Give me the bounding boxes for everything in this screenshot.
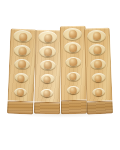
- block-1-pits: [9, 30, 36, 100]
- block-3-end-grain: [60, 100, 86, 114]
- block-3-pits: [60, 27, 85, 98]
- cylinder-socket: [39, 46, 56, 58]
- block-1: [7, 29, 36, 115]
- cylinder-knob: [17, 88, 24, 95]
- cylinder-knob: [68, 30, 76, 38]
- cylinder-socket: [65, 57, 81, 68]
- cylinder-knob: [93, 32, 101, 40]
- block-4: [84, 28, 113, 115]
- cylinder-socket: [66, 86, 79, 95]
- cylinder-socket: [93, 87, 106, 96]
- cylinder-knob: [68, 44, 76, 52]
- cylinder-knob: [43, 90, 50, 97]
- cylinder-socket: [38, 31, 57, 44]
- block-2-top-face: [34, 30, 61, 102]
- cylinder-socket: [40, 88, 53, 97]
- pit[interactable]: [10, 43, 34, 58]
- pit[interactable]: [86, 43, 110, 58]
- pit[interactable]: [61, 84, 85, 99]
- block-2-end-grain: [34, 102, 60, 114]
- cylinder-knob: [94, 60, 102, 68]
- pit[interactable]: [35, 72, 59, 86]
- cylinder-socket: [63, 27, 82, 40]
- block-3-top-face: [59, 26, 86, 100]
- cylinder-knob: [19, 33, 27, 41]
- pit[interactable]: [87, 71, 111, 86]
- cylinder-socket: [64, 42, 81, 54]
- pit[interactable]: [35, 58, 59, 72]
- product-photo-wooden-cylinder-blocks: Four upright natural-wood blocks standin…: [0, 0, 120, 150]
- pit[interactable]: [86, 57, 110, 72]
- cylinder-knob: [43, 61, 51, 69]
- cylinder-socket: [14, 44, 31, 57]
- cylinder-socket: [13, 30, 33, 44]
- cylinder-knob: [94, 46, 102, 54]
- block-1-end-grain: [7, 100, 33, 114]
- pit[interactable]: [60, 41, 84, 56]
- cylinder-knob: [44, 34, 52, 42]
- blocks-row: [7, 26, 113, 114]
- block-4-pits: [85, 29, 111, 100]
- cylinder-socket: [14, 73, 28, 84]
- cylinder-knob: [70, 87, 77, 94]
- cylinder-socket: [92, 73, 106, 84]
- pit[interactable]: [87, 85, 111, 100]
- block-2-pits: [35, 31, 60, 100]
- pit[interactable]: [11, 30, 35, 45]
- pit[interactable]: [36, 45, 60, 59]
- cylinder-knob: [18, 47, 26, 55]
- block-4-end-grain: [87, 101, 113, 115]
- pit[interactable]: [9, 71, 33, 86]
- cylinder-knob: [44, 76, 51, 83]
- cylinder-socket: [14, 59, 30, 71]
- cylinder-socket: [89, 44, 106, 57]
- block-3: [59, 26, 86, 114]
- pit[interactable]: [60, 27, 84, 42]
- cylinder-socket: [66, 72, 80, 82]
- pit[interactable]: [61, 69, 85, 84]
- pit[interactable]: [61, 55, 85, 70]
- cylinder-knob: [96, 88, 103, 95]
- cylinder-socket: [40, 74, 54, 84]
- cylinder-knob: [69, 58, 77, 66]
- block-4-top-face: [84, 28, 113, 102]
- cylinder-socket: [14, 87, 27, 97]
- cylinder-socket: [90, 58, 106, 70]
- cylinder-socket: [87, 29, 106, 43]
- cylinder-knob: [44, 48, 52, 56]
- pit[interactable]: [9, 85, 33, 100]
- pit[interactable]: [10, 57, 34, 72]
- cylinder-knob: [69, 73, 76, 80]
- pit[interactable]: [35, 86, 59, 100]
- cylinder-socket: [39, 60, 55, 71]
- block-2: [34, 30, 61, 114]
- pit[interactable]: [36, 31, 60, 45]
- cylinder-knob: [18, 75, 25, 82]
- block-1-top-face: [8, 29, 37, 102]
- pit[interactable]: [85, 29, 109, 44]
- cylinder-knob: [18, 60, 26, 68]
- cylinder-knob: [95, 74, 102, 81]
